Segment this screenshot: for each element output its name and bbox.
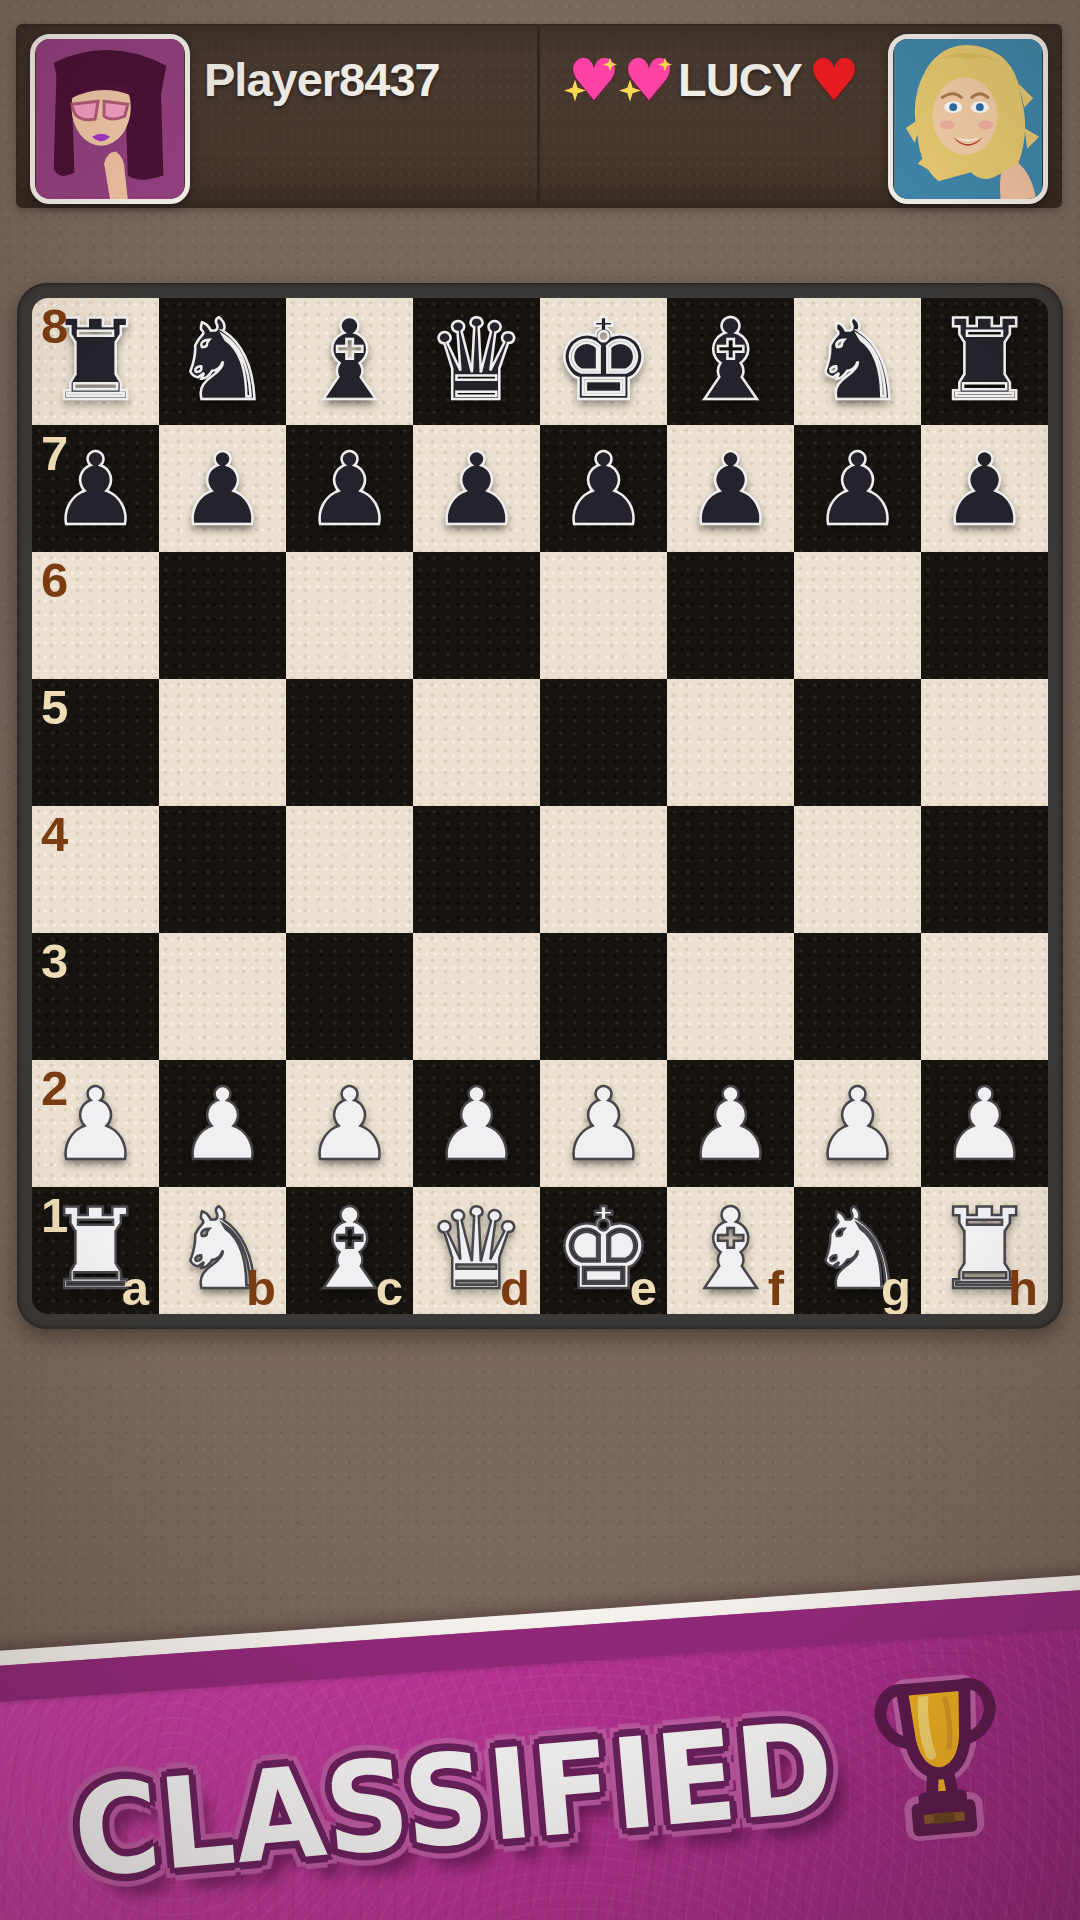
square-h8[interactable]: ♜ bbox=[921, 298, 1048, 425]
square-e7[interactable]: ♟ bbox=[540, 425, 667, 552]
square-d4[interactable] bbox=[413, 806, 540, 933]
square-d7[interactable]: ♟ bbox=[413, 425, 540, 552]
classified-banner: CLASSIFIED bbox=[0, 1559, 1080, 1920]
black-rook-h8: ♜ bbox=[921, 298, 1048, 425]
square-f1[interactable]: f♝ bbox=[667, 1187, 794, 1314]
square-g1[interactable]: g♞ bbox=[794, 1187, 921, 1314]
square-a2[interactable]: 2♟ bbox=[32, 1060, 159, 1187]
rank-label-2: 2 bbox=[41, 1064, 68, 1113]
black-pawn-c7: ♟ bbox=[286, 425, 413, 552]
square-c8[interactable]: ♝ bbox=[286, 298, 413, 425]
square-h5[interactable] bbox=[921, 679, 1048, 806]
square-b6[interactable] bbox=[159, 552, 286, 679]
square-c3[interactable] bbox=[286, 933, 413, 1060]
white-pawn-b2: ♟ bbox=[159, 1060, 286, 1187]
square-c1[interactable]: c♝ bbox=[286, 1187, 413, 1314]
black-pawn-h7: ♟ bbox=[921, 425, 1048, 552]
square-g5[interactable] bbox=[794, 679, 921, 806]
square-a3[interactable]: 3 bbox=[32, 933, 159, 1060]
square-f8[interactable]: ♝ bbox=[667, 298, 794, 425]
square-a7[interactable]: 7♟ bbox=[32, 425, 159, 552]
square-d3[interactable] bbox=[413, 933, 540, 1060]
square-d1[interactable]: d♛ bbox=[413, 1187, 540, 1314]
square-e3[interactable] bbox=[540, 933, 667, 1060]
banner-title: CLASSIFIED bbox=[68, 1693, 840, 1905]
square-b5[interactable] bbox=[159, 679, 286, 806]
square-a1[interactable]: 1a♜ bbox=[32, 1187, 159, 1314]
square-g7[interactable]: ♟ bbox=[794, 425, 921, 552]
file-label-d: d bbox=[500, 1263, 530, 1314]
banner-content: CLASSIFIED bbox=[67, 1665, 1026, 1917]
black-king-e8: ♚ bbox=[540, 298, 667, 425]
square-b1[interactable]: b♞ bbox=[159, 1187, 286, 1314]
player-left-name: Player8437 bbox=[204, 52, 440, 107]
square-e1[interactable]: e♚ bbox=[540, 1187, 667, 1314]
player-left-avatar[interactable] bbox=[30, 34, 190, 204]
square-f7[interactable]: ♟ bbox=[667, 425, 794, 552]
black-pawn-d7: ♟ bbox=[413, 425, 540, 552]
square-g6[interactable] bbox=[794, 552, 921, 679]
square-b7[interactable]: ♟ bbox=[159, 425, 286, 552]
player-right-name: ♥ ♥ LUCY ♥ bbox=[568, 52, 859, 107]
rank-label-3: 3 bbox=[41, 937, 68, 986]
square-e8[interactable]: ♚ bbox=[540, 298, 667, 425]
player-panel-left: Player8437 bbox=[18, 26, 540, 206]
black-pawn-b7: ♟ bbox=[159, 425, 286, 552]
square-h6[interactable] bbox=[921, 552, 1048, 679]
white-pawn-h2: ♟ bbox=[921, 1060, 1048, 1187]
chess-game-screen: Player8437 ♥ ♥ LUCY ♥ bbox=[0, 0, 1080, 1920]
square-e4[interactable] bbox=[540, 806, 667, 933]
square-a4[interactable]: 4 bbox=[32, 806, 159, 933]
white-pawn-f2: ♟ bbox=[667, 1060, 794, 1187]
square-g2[interactable]: ♟ bbox=[794, 1060, 921, 1187]
rank-label-8: 8 bbox=[41, 302, 68, 351]
file-label-g: g bbox=[881, 1263, 911, 1314]
players-bar: Player8437 ♥ ♥ LUCY ♥ bbox=[16, 24, 1062, 208]
square-h1[interactable]: h♜ bbox=[921, 1187, 1048, 1314]
square-d2[interactable]: ♟ bbox=[413, 1060, 540, 1187]
black-pawn-g7: ♟ bbox=[794, 425, 921, 552]
square-f5[interactable] bbox=[667, 679, 794, 806]
square-f6[interactable] bbox=[667, 552, 794, 679]
square-f2[interactable]: ♟ bbox=[667, 1060, 794, 1187]
red-heart-icon: ♥ bbox=[808, 56, 859, 104]
square-b3[interactable] bbox=[159, 933, 286, 1060]
square-a5[interactable]: 5 bbox=[32, 679, 159, 806]
square-g8[interactable]: ♞ bbox=[794, 298, 921, 425]
square-h3[interactable] bbox=[921, 933, 1048, 1060]
square-c5[interactable] bbox=[286, 679, 413, 806]
square-c6[interactable] bbox=[286, 552, 413, 679]
rank-label-6: 6 bbox=[41, 556, 68, 605]
black-bishop-f8: ♝ bbox=[667, 298, 794, 425]
white-pawn-e2: ♟ bbox=[540, 1060, 667, 1187]
square-b2[interactable]: ♟ bbox=[159, 1060, 286, 1187]
white-pawn-c2: ♟ bbox=[286, 1060, 413, 1187]
square-d5[interactable] bbox=[413, 679, 540, 806]
square-b4[interactable] bbox=[159, 806, 286, 933]
player-right-avatar[interactable] bbox=[888, 34, 1048, 204]
purple-haired-woman-avatar bbox=[35, 39, 185, 199]
white-pawn-g2: ♟ bbox=[794, 1060, 921, 1187]
square-c4[interactable] bbox=[286, 806, 413, 933]
square-a6[interactable]: 6 bbox=[32, 552, 159, 679]
black-bishop-c8: ♝ bbox=[286, 298, 413, 425]
trophy-icon bbox=[852, 1665, 1026, 1848]
square-h2[interactable]: ♟ bbox=[921, 1060, 1048, 1187]
square-e6[interactable] bbox=[540, 552, 667, 679]
square-c7[interactable]: ♟ bbox=[286, 425, 413, 552]
white-pawn-d2: ♟ bbox=[413, 1060, 540, 1187]
square-e2[interactable]: ♟ bbox=[540, 1060, 667, 1187]
black-queen-d8: ♛ bbox=[413, 298, 540, 425]
square-f3[interactable] bbox=[667, 933, 794, 1060]
rank-label-1: 1 bbox=[41, 1191, 68, 1240]
file-label-f: f bbox=[768, 1263, 784, 1314]
square-c2[interactable]: ♟ bbox=[286, 1060, 413, 1187]
square-d6[interactable] bbox=[413, 552, 540, 679]
square-h4[interactable] bbox=[921, 806, 1048, 933]
square-a8[interactable]: 8♜ bbox=[32, 298, 159, 425]
rank-label-7: 7 bbox=[41, 429, 68, 478]
square-e5[interactable] bbox=[540, 679, 667, 806]
square-b8[interactable]: ♞ bbox=[159, 298, 286, 425]
black-knight-g8: ♞ bbox=[794, 298, 921, 425]
file-label-a: a bbox=[122, 1263, 149, 1314]
square-g4[interactable] bbox=[794, 806, 921, 933]
square-f4[interactable] bbox=[667, 806, 794, 933]
chess-board: 8♜♞♝♛♚♝♞♜7♟♟♟♟♟♟♟♟65432♟♟♟♟♟♟♟♟1a♜b♞c♝d♛… bbox=[32, 298, 1048, 1314]
player-right-name-text: LUCY bbox=[678, 52, 802, 107]
rank-label-5: 5 bbox=[41, 683, 68, 732]
file-label-c: c bbox=[376, 1263, 403, 1314]
pink-heart-icon: ♥ bbox=[623, 56, 674, 104]
black-pawn-e7: ♟ bbox=[540, 425, 667, 552]
pink-heart-icon: ♥ bbox=[568, 56, 619, 104]
black-pawn-f7: ♟ bbox=[667, 425, 794, 552]
rank-label-4: 4 bbox=[41, 810, 68, 859]
file-label-e: e bbox=[630, 1263, 657, 1314]
chess-board-frame: 8♜♞♝♛♚♝♞♜7♟♟♟♟♟♟♟♟65432♟♟♟♟♟♟♟♟1a♜b♞c♝d♛… bbox=[17, 283, 1063, 1329]
player-panel-right: ♥ ♥ LUCY ♥ bbox=[540, 26, 1060, 206]
square-d8[interactable]: ♛ bbox=[413, 298, 540, 425]
file-label-b: b bbox=[246, 1263, 276, 1314]
square-h7[interactable]: ♟ bbox=[921, 425, 1048, 552]
black-knight-b8: ♞ bbox=[159, 298, 286, 425]
square-g3[interactable] bbox=[794, 933, 921, 1060]
blonde-woman-avatar bbox=[893, 39, 1043, 199]
file-label-h: h bbox=[1008, 1263, 1038, 1314]
